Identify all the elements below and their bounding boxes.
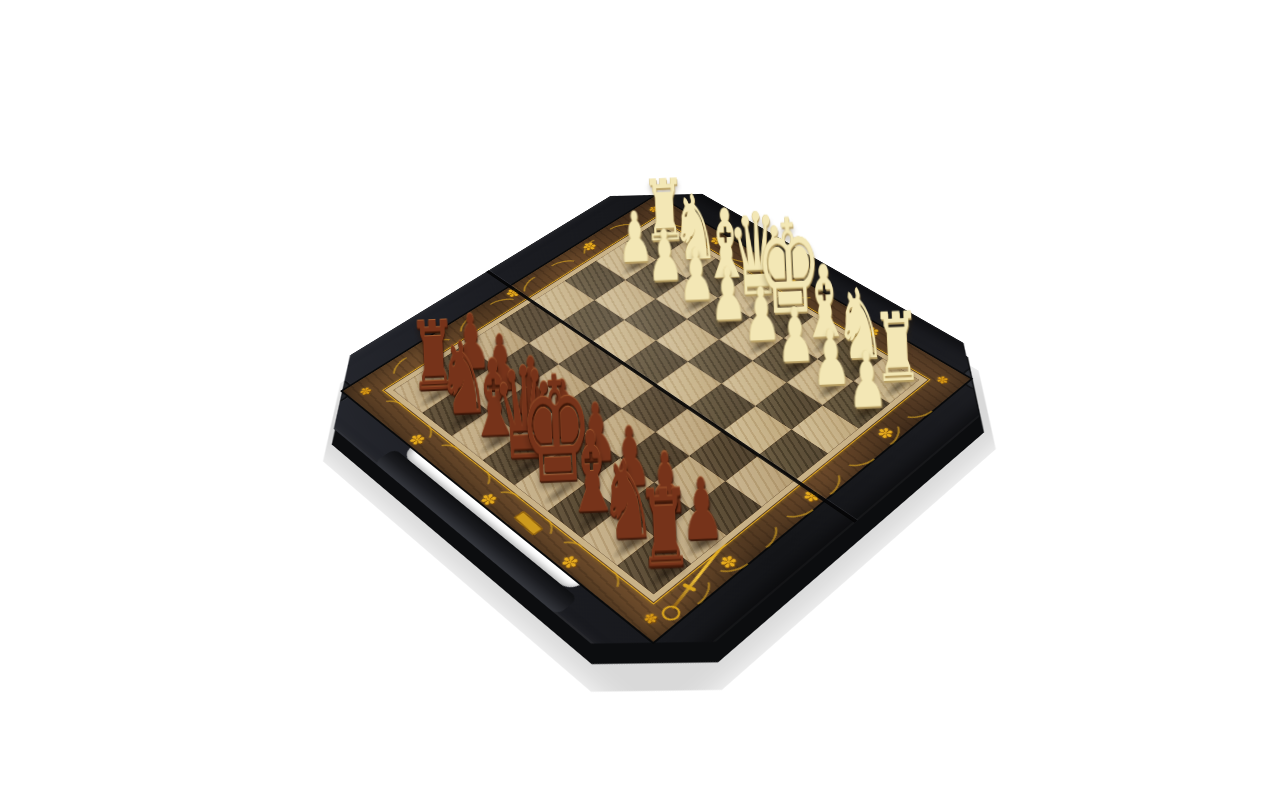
piece-brown-rook[interactable]: ♜: [636, 480, 694, 580]
photo-background: ✽ ✽ ✽ ✽ ✽ ✽ ✽ ✽ ✽ ✽ ✽ ✽ ✽ ✽ ✽ ✽ ♜♟♟♜♞♟♟: [0, 0, 1280, 800]
embossed-crest-left: [311, 375, 359, 408]
chess-set-scene: ✽ ✽ ✽ ✽ ✽ ✽ ✽ ✽ ✽ ✽ ✽ ✽ ✽ ✽ ✽ ✽ ♜♟♟♜♞♟♟: [290, 168, 1025, 696]
piece-cream-pawn[interactable]: ♟: [846, 343, 888, 416]
piece-cream-pawn[interactable]: ♟: [810, 321, 852, 393]
